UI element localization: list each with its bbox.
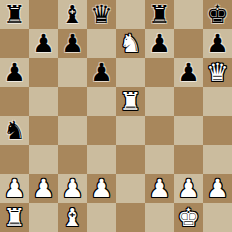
square-e1[interactable] — [116, 203, 145, 232]
square-c3[interactable] — [58, 145, 87, 174]
square-e8[interactable] — [116, 0, 145, 29]
piece-black-pawn[interactable]: ♟ — [177, 58, 199, 87]
square-e4[interactable] — [116, 116, 145, 145]
square-h8[interactable]: ♚ — [203, 0, 232, 29]
square-h4[interactable] — [203, 116, 232, 145]
piece-black-pawn[interactable]: ♟ — [148, 29, 170, 58]
square-d8[interactable]: ♛ — [87, 0, 116, 29]
square-e5[interactable]: ♜ — [116, 87, 145, 116]
piece-black-bishop[interactable]: ♝ — [61, 0, 83, 29]
piece-white-knight[interactable]: ♞ — [119, 29, 141, 58]
square-c2[interactable]: ♟ — [58, 174, 87, 203]
square-b3[interactable] — [29, 145, 58, 174]
square-c5[interactable] — [58, 87, 87, 116]
square-h2[interactable]: ♟ — [203, 174, 232, 203]
square-a4[interactable]: ♞ — [0, 116, 29, 145]
square-e6[interactable] — [116, 58, 145, 87]
piece-black-queen[interactable]: ♛ — [90, 0, 112, 29]
square-f6[interactable] — [145, 58, 174, 87]
square-a6[interactable]: ♟ — [0, 58, 29, 87]
square-g7[interactable] — [174, 29, 203, 58]
square-b2[interactable]: ♟ — [29, 174, 58, 203]
square-f7[interactable]: ♟ — [145, 29, 174, 58]
square-c4[interactable] — [58, 116, 87, 145]
square-d3[interactable] — [87, 145, 116, 174]
piece-black-pawn[interactable]: ♟ — [206, 29, 228, 58]
square-d4[interactable] — [87, 116, 116, 145]
piece-white-pawn[interactable]: ♟ — [90, 174, 112, 203]
square-g5[interactable] — [174, 87, 203, 116]
square-c6[interactable] — [58, 58, 87, 87]
square-b6[interactable] — [29, 58, 58, 87]
piece-black-pawn[interactable]: ♟ — [61, 29, 83, 58]
piece-white-rook[interactable]: ♜ — [3, 203, 25, 232]
piece-white-pawn[interactable]: ♟ — [177, 174, 199, 203]
square-f5[interactable] — [145, 87, 174, 116]
square-c8[interactable]: ♝ — [58, 0, 87, 29]
square-a1[interactable]: ♜ — [0, 203, 29, 232]
square-g1[interactable]: ♚ — [174, 203, 203, 232]
square-g4[interactable] — [174, 116, 203, 145]
piece-black-pawn[interactable]: ♟ — [32, 29, 54, 58]
piece-white-pawn[interactable]: ♟ — [3, 174, 25, 203]
piece-white-queen[interactable]: ♛ — [206, 58, 228, 87]
square-h3[interactable] — [203, 145, 232, 174]
piece-white-pawn[interactable]: ♟ — [148, 174, 170, 203]
piece-black-knight[interactable]: ♞ — [3, 116, 25, 145]
square-g8[interactable] — [174, 0, 203, 29]
square-e2[interactable] — [116, 174, 145, 203]
square-a2[interactable]: ♟ — [0, 174, 29, 203]
square-h7[interactable]: ♟ — [203, 29, 232, 58]
piece-white-king[interactable]: ♚ — [177, 203, 199, 232]
piece-white-pawn[interactable]: ♟ — [61, 174, 83, 203]
square-h6[interactable]: ♛ — [203, 58, 232, 87]
square-b7[interactable]: ♟ — [29, 29, 58, 58]
square-f3[interactable] — [145, 145, 174, 174]
square-d2[interactable]: ♟ — [87, 174, 116, 203]
piece-white-rook[interactable]: ♜ — [119, 87, 141, 116]
square-h5[interactable] — [203, 87, 232, 116]
piece-black-pawn[interactable]: ♟ — [90, 58, 112, 87]
square-d1[interactable] — [87, 203, 116, 232]
square-a5[interactable] — [0, 87, 29, 116]
chess-board: ♜♝♛♜♚♟♟♞♟♟♟♟♟♛♜♞♟♟♟♟♟♟♟♜♝♚ — [0, 0, 232, 232]
square-f4[interactable] — [145, 116, 174, 145]
square-h1[interactable] — [203, 203, 232, 232]
square-a7[interactable] — [0, 29, 29, 58]
square-g2[interactable]: ♟ — [174, 174, 203, 203]
piece-black-king[interactable]: ♚ — [206, 0, 228, 29]
square-b5[interactable] — [29, 87, 58, 116]
square-f8[interactable]: ♜ — [145, 0, 174, 29]
square-d7[interactable] — [87, 29, 116, 58]
square-a3[interactable] — [0, 145, 29, 174]
square-g3[interactable] — [174, 145, 203, 174]
square-d6[interactable]: ♟ — [87, 58, 116, 87]
square-b1[interactable] — [29, 203, 58, 232]
piece-black-rook[interactable]: ♜ — [148, 0, 170, 29]
square-b8[interactable] — [29, 0, 58, 29]
square-b4[interactable] — [29, 116, 58, 145]
square-f2[interactable]: ♟ — [145, 174, 174, 203]
piece-white-pawn[interactable]: ♟ — [206, 174, 228, 203]
piece-white-bishop[interactable]: ♝ — [61, 203, 83, 232]
piece-black-pawn[interactable]: ♟ — [3, 58, 25, 87]
square-c1[interactable]: ♝ — [58, 203, 87, 232]
square-a8[interactable]: ♜ — [0, 0, 29, 29]
piece-white-pawn[interactable]: ♟ — [32, 174, 54, 203]
square-d5[interactable] — [87, 87, 116, 116]
square-e3[interactable] — [116, 145, 145, 174]
square-c7[interactable]: ♟ — [58, 29, 87, 58]
square-g6[interactable]: ♟ — [174, 58, 203, 87]
square-e7[interactable]: ♞ — [116, 29, 145, 58]
piece-black-rook[interactable]: ♜ — [3, 0, 25, 29]
square-f1[interactable] — [145, 203, 174, 232]
